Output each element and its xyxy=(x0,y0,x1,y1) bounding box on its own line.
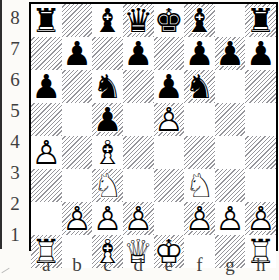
square-d2[interactable]: ♟♙ xyxy=(123,202,154,235)
piece-glyph: ♞ xyxy=(93,70,123,103)
piece-glyph: ♘ xyxy=(185,169,215,202)
piece-glyph: ♜ xyxy=(32,4,62,37)
piece-black-knight[interactable]: ♞♞ xyxy=(92,70,123,103)
piece-glyph: ♙ xyxy=(93,202,123,235)
piece-glyph: ♟ xyxy=(32,70,62,103)
piece-black-king[interactable]: ♚♚ xyxy=(154,4,185,37)
square-h7[interactable]: ♟♟ xyxy=(245,37,276,70)
square-a6[interactable]: ♟♟ xyxy=(31,70,62,103)
piece-glyph: ♟ xyxy=(93,103,123,136)
piece-glyph: ♚ xyxy=(154,4,184,37)
square-f6[interactable]: ♞♞ xyxy=(184,70,215,103)
square-c6[interactable]: ♞♞ xyxy=(92,70,123,103)
square-h4[interactable] xyxy=(245,136,276,169)
file-label-g: g xyxy=(215,251,246,278)
piece-glyph: ♟ xyxy=(123,37,153,70)
piece-glyph: ♝ xyxy=(185,4,215,37)
piece-white-pawn[interactable]: ♟♙ xyxy=(62,202,93,235)
square-h5[interactable] xyxy=(245,103,276,136)
square-b7[interactable]: ♟♟ xyxy=(62,37,93,70)
square-a7[interactable] xyxy=(31,37,62,70)
file-label-e: e xyxy=(154,251,185,278)
square-c4[interactable]: ♝♗ xyxy=(92,136,123,169)
square-d5[interactable] xyxy=(123,103,154,136)
square-g3[interactable] xyxy=(215,169,246,202)
square-f3[interactable]: ♞♘ xyxy=(184,169,215,202)
piece-white-knight[interactable]: ♞♘ xyxy=(92,169,123,202)
square-g2[interactable]: ♟♙ xyxy=(215,202,246,235)
corner-artifact xyxy=(1,268,9,274)
square-f8[interactable]: ♝♝ xyxy=(184,4,215,37)
square-a8[interactable]: ♜♜ xyxy=(31,4,62,37)
file-label-a: a xyxy=(31,251,62,278)
square-c3[interactable]: ♞♘ xyxy=(92,169,123,202)
piece-black-bishop[interactable]: ♝♝ xyxy=(92,4,123,37)
piece-white-bishop[interactable]: ♝♗ xyxy=(92,136,123,169)
rank-label-1: 1 xyxy=(2,220,28,251)
piece-white-pawn[interactable]: ♟♙ xyxy=(154,103,185,136)
square-b5[interactable] xyxy=(62,103,93,136)
rank-label-8: 8 xyxy=(2,2,28,33)
piece-glyph: ♙ xyxy=(154,103,184,136)
square-g4[interactable] xyxy=(215,136,246,169)
square-g6[interactable] xyxy=(215,70,246,103)
square-g5[interactable] xyxy=(215,103,246,136)
piece-black-knight[interactable]: ♞♞ xyxy=(184,70,215,103)
square-b2[interactable]: ♟♙ xyxy=(62,202,93,235)
piece-black-rook[interactable]: ♜♜ xyxy=(245,4,276,37)
square-c8[interactable]: ♝♝ xyxy=(92,4,123,37)
square-c2[interactable]: ♟♙ xyxy=(92,202,123,235)
piece-black-bishop[interactable]: ♝♝ xyxy=(184,4,215,37)
piece-white-pawn[interactable]: ♟♙ xyxy=(245,202,276,235)
square-f7[interactable]: ♟♟ xyxy=(184,37,215,70)
square-f5[interactable] xyxy=(184,103,215,136)
piece-glyph: ♛ xyxy=(123,4,153,37)
piece-black-pawn[interactable]: ♟♟ xyxy=(92,103,123,136)
piece-glyph: ♟ xyxy=(215,37,245,70)
square-g7[interactable]: ♟♟ xyxy=(215,37,246,70)
rank-label-5: 5 xyxy=(2,95,28,126)
piece-white-knight[interactable]: ♞♘ xyxy=(184,169,215,202)
piece-white-pawn[interactable]: ♟♙ xyxy=(184,202,215,235)
piece-white-pawn[interactable]: ♟♙ xyxy=(215,202,246,235)
square-a3[interactable] xyxy=(31,169,62,202)
square-h8[interactable]: ♜♜ xyxy=(245,4,276,37)
piece-glyph: ♟ xyxy=(62,37,92,70)
square-b4[interactable] xyxy=(62,136,93,169)
square-f4[interactable] xyxy=(184,136,215,169)
rank-label-3: 3 xyxy=(2,158,28,189)
square-e3[interactable] xyxy=(154,169,185,202)
piece-glyph: ♟ xyxy=(154,70,184,103)
square-h3[interactable] xyxy=(245,169,276,202)
square-e2[interactable] xyxy=(154,202,185,235)
file-label-b: b xyxy=(62,251,93,278)
piece-black-pawn[interactable]: ♟♟ xyxy=(215,37,246,70)
chess-diagram: 87654321 ♜♜♝♝♛♛♚♚♝♝♜♜♟♟♟♟♟♟♟♟♟♟♟♟♞♞♟♟♞♞♟… xyxy=(0,0,279,280)
piece-glyph: ♞ xyxy=(185,70,215,103)
rank-label-6: 6 xyxy=(2,64,28,95)
rank-label-2: 2 xyxy=(2,189,28,220)
rank-label-4: 4 xyxy=(2,127,28,158)
file-label-d: d xyxy=(123,251,154,278)
piece-black-pawn[interactable]: ♟♟ xyxy=(154,70,185,103)
square-a4[interactable]: ♟♙ xyxy=(31,136,62,169)
file-label-f: f xyxy=(184,251,215,278)
piece-black-pawn[interactable]: ♟♟ xyxy=(123,37,154,70)
piece-white-pawn[interactable]: ♟♙ xyxy=(92,202,123,235)
piece-black-pawn[interactable]: ♟♟ xyxy=(31,70,62,103)
square-b6[interactable] xyxy=(62,70,93,103)
piece-black-pawn[interactable]: ♟♟ xyxy=(62,37,93,70)
square-d3[interactable] xyxy=(123,169,154,202)
square-h6[interactable] xyxy=(245,70,276,103)
piece-black-rook[interactable]: ♜♜ xyxy=(31,4,62,37)
piece-black-queen[interactable]: ♛♛ xyxy=(123,4,154,37)
piece-glyph: ♟ xyxy=(185,37,215,70)
square-e4[interactable] xyxy=(154,136,185,169)
piece-glyph: ♜ xyxy=(246,4,276,37)
piece-glyph: ♙ xyxy=(215,202,245,235)
piece-glyph: ♙ xyxy=(185,202,215,235)
file-label-h: h xyxy=(245,251,276,278)
piece-glyph: ♙ xyxy=(62,202,92,235)
square-h2[interactable]: ♟♙ xyxy=(245,202,276,235)
piece-white-pawn[interactable]: ♟♙ xyxy=(123,202,154,235)
piece-glyph: ♟ xyxy=(246,37,276,70)
square-e7[interactable] xyxy=(154,37,185,70)
square-d6[interactable] xyxy=(123,70,154,103)
square-g8[interactable] xyxy=(215,4,246,37)
square-d8[interactable]: ♛♛ xyxy=(123,4,154,37)
square-c7[interactable] xyxy=(92,37,123,70)
piece-glyph: ♗ xyxy=(93,136,123,169)
file-label-c: c xyxy=(92,251,123,278)
piece-glyph: ♘ xyxy=(93,169,123,202)
rank-labels: 87654321 xyxy=(2,2,28,251)
file-labels: abcdefgh xyxy=(31,251,276,278)
square-b8[interactable] xyxy=(62,4,93,37)
chess-board[interactable]: ♜♜♝♝♛♛♚♚♝♝♜♜♟♟♟♟♟♟♟♟♟♟♟♟♞♞♟♟♞♞♟♟♟♙♟♙♝♗♞♘… xyxy=(29,2,278,251)
square-e8[interactable]: ♚♚ xyxy=(154,4,185,37)
rank-label-7: 7 xyxy=(2,33,28,64)
piece-white-pawn[interactable]: ♟♙ xyxy=(31,136,62,169)
square-f2[interactable]: ♟♙ xyxy=(184,202,215,235)
square-e6[interactable]: ♟♟ xyxy=(154,70,185,103)
square-e5[interactable]: ♟♙ xyxy=(154,103,185,136)
square-d4[interactable] xyxy=(123,136,154,169)
square-d7[interactable]: ♟♟ xyxy=(123,37,154,70)
square-a5[interactable] xyxy=(31,103,62,136)
piece-black-pawn[interactable]: ♟♟ xyxy=(184,37,215,70)
square-b3[interactable] xyxy=(62,169,93,202)
square-a2[interactable] xyxy=(31,202,62,235)
piece-glyph: ♙ xyxy=(246,202,276,235)
piece-black-pawn[interactable]: ♟♟ xyxy=(245,37,276,70)
piece-glyph: ♙ xyxy=(123,202,153,235)
piece-glyph: ♙ xyxy=(32,136,62,169)
piece-glyph: ♝ xyxy=(93,4,123,37)
square-c5[interactable]: ♟♟ xyxy=(92,103,123,136)
